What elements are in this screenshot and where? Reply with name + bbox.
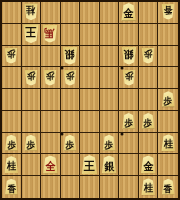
square-4-9[interactable] [100, 176, 120, 198]
square-9-8[interactable]: 桂 [2, 154, 22, 176]
square-3-8[interactable] [119, 154, 139, 176]
square-5-3[interactable] [80, 46, 100, 68]
square-2-5[interactable] [139, 89, 159, 111]
square-7-5[interactable] [41, 89, 61, 111]
square-1-6[interactable] [158, 111, 178, 133]
piece-glyph: 歩 [144, 117, 153, 128]
piece-gote-gin[interactable]: 銀 [121, 47, 137, 65]
square-6-1[interactable] [61, 2, 81, 24]
piece-sente-ou[interactable]: 王 [81, 155, 98, 174]
piece-glyph: 歩 [46, 69, 55, 81]
square-1-7[interactable]: 桂 [158, 133, 178, 155]
piece-sente-keima[interactable]: 桂 [4, 156, 19, 173]
hoshi-dot [61, 133, 64, 136]
piece-gote-fu[interactable]: 歩 [122, 69, 136, 85]
square-2-7[interactable] [139, 133, 159, 155]
piece-glyph: 全 [45, 160, 55, 173]
square-5-1[interactable] [80, 2, 100, 24]
square-4-4[interactable] [100, 67, 120, 89]
shogi-board: 桂金香王馬歩銀銀歩歩歩歩歩歩歩歩歩歩歩歩桂桂全王銀金香桂香 [0, 0, 180, 200]
square-8-4[interactable]: 歩 [22, 67, 42, 89]
piece-glyph: 桂 [144, 183, 153, 195]
square-9-2[interactable] [2, 24, 22, 46]
square-8-7[interactable]: 歩 [22, 133, 42, 155]
piece-gote-fu[interactable]: 歩 [43, 69, 57, 85]
piece-glyph: 歩 [164, 96, 173, 108]
square-2-8[interactable]: 金 [139, 154, 159, 176]
piece-gote-uma[interactable]: 馬 [42, 25, 58, 43]
square-3-6[interactable]: 歩 [119, 111, 139, 133]
square-1-2[interactable] [158, 24, 178, 46]
shogi-app: 桂金香王馬歩銀銀歩歩歩歩歩歩歩歩歩歩歩歩桂桂全王銀金香桂香 [0, 0, 180, 200]
square-7-6[interactable] [41, 111, 61, 133]
square-6-4[interactable]: 歩 [61, 67, 81, 89]
piece-glyph: 王 [25, 24, 36, 38]
square-7-7[interactable] [41, 133, 61, 155]
piece-glyph: 歩 [66, 69, 75, 81]
square-4-6[interactable] [100, 111, 120, 133]
piece-sente-fu[interactable]: 歩 [24, 135, 38, 151]
square-6-5[interactable] [61, 89, 81, 111]
piece-sente-fu[interactable]: 歩 [102, 135, 116, 151]
piece-glyph: 歩 [7, 139, 16, 151]
piece-sente-kyo[interactable]: 香 [4, 179, 18, 195]
square-5-4[interactable] [80, 67, 100, 89]
piece-gote-keima[interactable]: 桂 [23, 4, 38, 21]
piece-sente-fu[interactable]: 歩 [122, 113, 136, 129]
square-8-9[interactable] [22, 176, 42, 198]
square-5-2[interactable] [80, 24, 100, 46]
square-1-9[interactable]: 香 [158, 176, 178, 198]
piece-glyph: 馬 [45, 25, 55, 38]
square-1-1[interactable]: 香 [158, 2, 178, 24]
piece-sente-narigin[interactable]: 全 [42, 155, 58, 173]
piece-glyph: 歩 [144, 48, 153, 60]
square-2-4[interactable] [139, 67, 159, 89]
piece-gote-gin[interactable]: 銀 [62, 47, 78, 65]
square-1-8[interactable] [158, 154, 178, 176]
square-3-7[interactable] [119, 133, 139, 155]
square-7-8[interactable]: 全 [41, 154, 61, 176]
piece-sente-fu[interactable]: 歩 [63, 135, 77, 151]
piece-glyph: 歩 [124, 117, 133, 128]
square-2-9[interactable]: 桂 [139, 176, 159, 198]
piece-gote-fu[interactable]: 歩 [24, 69, 38, 85]
square-3-2[interactable] [119, 24, 139, 46]
square-3-4[interactable]: 歩 [119, 67, 139, 89]
piece-gote-fu[interactable]: 歩 [4, 48, 18, 64]
square-8-8[interactable] [22, 154, 42, 176]
square-1-5[interactable]: 歩 [158, 89, 178, 111]
hoshi-dot [121, 133, 124, 136]
piece-gote-fu[interactable]: 歩 [141, 48, 155, 64]
piece-sente-keima[interactable]: 桂 [141, 178, 156, 195]
piece-glyph: 香 [7, 183, 16, 195]
square-4-5[interactable] [100, 89, 120, 111]
piece-glyph: 金 [124, 8, 134, 21]
piece-sente-gin[interactable]: 銀 [101, 155, 117, 173]
piece-glyph: 歩 [26, 69, 35, 81]
square-6-8[interactable] [61, 154, 81, 176]
hoshi-dot [61, 67, 64, 70]
square-2-2[interactable] [139, 24, 159, 46]
piece-glyph: 銀 [104, 160, 114, 173]
piece-glyph: 歩 [124, 69, 133, 81]
square-1-3[interactable] [158, 46, 178, 68]
square-3-9[interactable] [119, 176, 139, 198]
piece-glyph: 歩 [66, 139, 75, 151]
square-5-5[interactable] [80, 89, 100, 111]
square-7-1[interactable] [41, 2, 61, 24]
square-1-4[interactable] [158, 67, 178, 89]
square-8-2[interactable]: 王 [22, 24, 42, 46]
piece-glyph: 王 [84, 160, 95, 174]
square-5-8[interactable]: 王 [80, 154, 100, 176]
piece-glyph: 銀 [65, 47, 75, 60]
square-8-1[interactable]: 桂 [22, 2, 42, 24]
piece-sente-fu[interactable]: 歩 [141, 113, 155, 129]
piece-glyph: 金 [143, 160, 153, 173]
square-4-3[interactable] [100, 46, 120, 68]
piece-glyph: 歩 [105, 139, 114, 151]
square-6-7[interactable]: 歩 [61, 133, 81, 155]
piece-sente-fu[interactable]: 歩 [161, 91, 175, 107]
square-7-3[interactable] [41, 46, 61, 68]
square-6-2[interactable] [61, 24, 81, 46]
piece-glyph: 銀 [124, 47, 134, 60]
piece-glyph: 歩 [7, 48, 16, 60]
piece-sente-kyo[interactable]: 香 [161, 179, 175, 195]
square-3-5[interactable] [119, 89, 139, 111]
square-2-1[interactable] [139, 2, 159, 24]
square-9-6[interactable] [2, 111, 22, 133]
square-6-3[interactable]: 銀 [61, 46, 81, 68]
square-5-6[interactable] [80, 111, 100, 133]
piece-sente-fu[interactable]: 歩 [4, 135, 18, 151]
piece-glyph: 歩 [26, 139, 35, 151]
square-4-1[interactable] [100, 2, 120, 24]
square-9-4[interactable] [2, 67, 22, 89]
piece-gote-kyo[interactable]: 香 [161, 4, 175, 20]
piece-gote-ou[interactable]: 王 [22, 24, 39, 43]
square-9-9[interactable]: 香 [2, 176, 22, 198]
square-4-7[interactable]: 歩 [100, 133, 120, 155]
piece-glyph: 香 [164, 4, 173, 16]
square-7-2[interactable]: 馬 [41, 24, 61, 46]
square-8-5[interactable] [22, 89, 42, 111]
square-7-4[interactable]: 歩 [41, 67, 61, 89]
piece-glyph: 香 [164, 183, 173, 195]
square-2-6[interactable]: 歩 [139, 111, 159, 133]
square-6-9[interactable] [61, 176, 81, 198]
square-2-3[interactable]: 歩 [139, 46, 159, 68]
square-5-9[interactable] [80, 176, 100, 198]
piece-sente-kin[interactable]: 金 [121, 3, 137, 21]
piece-sente-kin[interactable]: 金 [140, 155, 156, 173]
square-3-1[interactable]: 金 [119, 2, 139, 24]
square-8-6[interactable] [22, 111, 42, 133]
square-7-9[interactable] [41, 176, 61, 198]
square-8-3[interactable] [22, 46, 42, 68]
piece-gote-fu[interactable]: 歩 [63, 69, 77, 85]
piece-glyph: 桂 [26, 4, 35, 16]
square-3-3[interactable]: 銀 [119, 46, 139, 68]
square-9-7[interactable]: 歩 [2, 133, 22, 155]
square-4-2[interactable] [100, 24, 120, 46]
square-9-5[interactable] [2, 89, 22, 111]
square-4-8[interactable]: 銀 [100, 154, 120, 176]
piece-glyph: 桂 [7, 161, 16, 173]
piece-glyph: 桂 [164, 139, 173, 151]
square-9-3[interactable]: 歩 [2, 46, 22, 68]
square-6-6[interactable] [61, 111, 81, 133]
hoshi-dot [121, 67, 124, 70]
square-9-1[interactable] [2, 2, 22, 24]
square-5-7[interactable] [80, 133, 100, 155]
piece-sente-keima[interactable]: 桂 [161, 134, 176, 151]
